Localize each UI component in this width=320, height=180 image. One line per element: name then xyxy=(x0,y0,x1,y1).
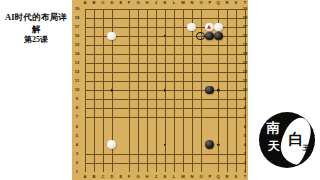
coord-label: 4 xyxy=(75,142,77,147)
logo-char-nan: 南 xyxy=(267,119,280,137)
coord-label: L xyxy=(173,1,176,6)
go-board: AABBCCDDEEFFGGHHJJKKLLMMNNOOPPQQRRSSTT19… xyxy=(72,0,248,180)
coord-label: 6 xyxy=(244,124,246,129)
coord-label: D xyxy=(110,1,113,6)
coord-label: 13 xyxy=(243,61,248,66)
coord-label: M xyxy=(181,1,184,6)
coord-label: T xyxy=(244,1,247,6)
channel-logo: 南 天 白 王 xyxy=(259,112,315,168)
coord-label: 1 xyxy=(244,169,246,174)
coord-label: K xyxy=(164,1,167,6)
coord-label: A xyxy=(83,1,86,6)
stone-white-D4 xyxy=(107,140,115,148)
coord-label: 11 xyxy=(74,79,78,84)
stone-black-Q16 xyxy=(214,32,222,40)
coord-label: A xyxy=(83,175,86,180)
coord-label: 7 xyxy=(75,115,77,120)
coord-label: 17 xyxy=(74,25,79,30)
coord-label: 16 xyxy=(243,34,248,39)
video-frame: AI时代的布局详解 第25课 AABBCCDDEEFFGGHHJJKKLLMMN… xyxy=(0,0,320,180)
coord-label: N xyxy=(190,1,193,6)
lecture-title: AI时代的布局详解 xyxy=(1,12,71,36)
coord-label: 8 xyxy=(75,106,77,111)
coord-label: 14 xyxy=(243,52,248,57)
coord-label: 18 xyxy=(243,16,248,21)
coord-label: F xyxy=(128,1,131,6)
logo-char-tian: 天 xyxy=(268,138,280,155)
coord-label: 19 xyxy=(74,7,79,12)
coord-label: H xyxy=(146,175,149,180)
coord-label: 5 xyxy=(244,133,246,138)
coord-label: 12 xyxy=(243,70,248,75)
coord-label: L xyxy=(173,175,176,180)
coord-label: 8 xyxy=(244,106,246,111)
coord-label: P xyxy=(208,175,211,180)
coord-label: 9 xyxy=(244,97,246,102)
stone-white-P17 xyxy=(205,23,213,31)
coord-label: 15 xyxy=(243,43,248,48)
coord-label: 7 xyxy=(244,115,246,120)
coord-label: 3 xyxy=(75,151,77,156)
coord-label: 11 xyxy=(243,79,247,84)
coord-label: C xyxy=(101,175,104,180)
coord-label: R xyxy=(226,175,229,180)
coord-label: E xyxy=(119,175,122,180)
coord-label: M xyxy=(181,175,184,180)
coord-label: B xyxy=(92,175,95,180)
coord-label: 15 xyxy=(74,43,79,48)
coord-label: K xyxy=(164,175,167,180)
last-move-triangle-marker xyxy=(207,25,211,29)
coord-label: S xyxy=(235,1,238,6)
lecture-subtitle: 第25课 xyxy=(24,34,48,45)
stone-white-Q17 xyxy=(214,23,222,31)
coord-label: 16 xyxy=(74,34,79,39)
coord-label: 2 xyxy=(244,160,246,165)
stone-black-P10 xyxy=(205,86,213,94)
coord-label: 14 xyxy=(74,52,79,57)
coord-label: Q xyxy=(217,1,220,6)
coord-label: 10 xyxy=(74,88,79,93)
stones-layer xyxy=(81,4,250,176)
coord-label: 10 xyxy=(243,88,248,93)
coord-label: Q xyxy=(217,175,220,180)
coord-label: 3 xyxy=(244,151,246,156)
stone-white-D16 xyxy=(107,32,115,40)
coord-label: H xyxy=(146,1,149,6)
stone-black-P4 xyxy=(205,140,213,148)
coord-label: D xyxy=(110,175,113,180)
logo-char-bai: 白 xyxy=(289,130,304,149)
coord-label: 1 xyxy=(75,169,77,174)
coord-label: 2 xyxy=(75,160,77,165)
coord-label: R xyxy=(226,1,229,6)
coord-label: J xyxy=(155,1,157,6)
logo-panel: 南 天 白 王 xyxy=(248,0,320,180)
coord-label: 4 xyxy=(244,142,246,147)
coord-label: C xyxy=(101,1,104,6)
coord-label: 13 xyxy=(74,61,79,66)
stone-white-N17 xyxy=(187,23,195,31)
coord-label: B xyxy=(92,1,95,6)
coord-label: 5 xyxy=(75,133,77,138)
coord-label: F xyxy=(128,175,131,180)
coord-label: 19 xyxy=(243,7,248,12)
stone-black-P16 xyxy=(205,32,213,40)
coord-label: 18 xyxy=(74,16,79,21)
coord-label: G xyxy=(137,175,140,180)
coord-label: P xyxy=(208,1,211,6)
coord-label: T xyxy=(244,175,247,180)
coord-label: G xyxy=(137,1,140,6)
logo-char-wang: 王 xyxy=(303,143,310,153)
coord-label: O xyxy=(199,175,202,180)
coord-label: N xyxy=(190,175,193,180)
coord-label: 6 xyxy=(75,124,77,129)
coord-label: S xyxy=(235,175,238,180)
circle-outline-marker xyxy=(196,32,205,41)
coord-label: 17 xyxy=(243,25,248,30)
coord-label: 12 xyxy=(74,70,79,75)
coord-label: E xyxy=(119,1,122,6)
coord-label: 9 xyxy=(75,97,77,102)
coord-label: O xyxy=(199,1,202,6)
title-panel: AI时代的布局详解 第25课 xyxy=(0,0,72,180)
coord-label: J xyxy=(155,175,157,180)
